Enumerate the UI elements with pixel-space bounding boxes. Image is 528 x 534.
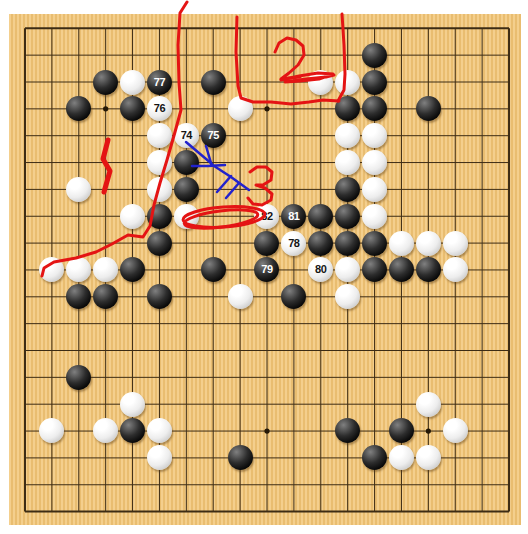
- white-stone: [66, 257, 91, 282]
- black-stone: [120, 418, 145, 443]
- black-stone: [335, 418, 360, 443]
- black-stone: [120, 257, 145, 282]
- white-stone: [147, 177, 172, 202]
- black-stone: [389, 257, 414, 282]
- white-stone: [120, 204, 145, 229]
- white-stone: [93, 418, 118, 443]
- white-stone: [147, 445, 172, 470]
- black-stone: [66, 284, 91, 309]
- white-stone: [362, 177, 387, 202]
- move-82-stone: 82: [254, 204, 279, 229]
- black-stone: [308, 204, 333, 229]
- move-number-label: 74: [181, 130, 192, 141]
- white-stone: [228, 284, 253, 309]
- white-stone: [335, 284, 360, 309]
- move-number-label: 77: [154, 77, 165, 88]
- black-stone: [66, 365, 91, 390]
- black-stone: [389, 418, 414, 443]
- black-stone: [416, 96, 441, 121]
- move-74-stone: 74: [174, 123, 199, 148]
- black-stone: [93, 70, 118, 95]
- white-stone: [66, 177, 91, 202]
- white-stone: [174, 204, 199, 229]
- move-number-label: 75: [208, 130, 219, 141]
- white-stone: [443, 418, 468, 443]
- white-stone: [228, 96, 253, 121]
- go-board[interactable]: 777674758281787980: [12, 15, 523, 525]
- black-stone: [66, 96, 91, 121]
- move-80-stone: 80: [308, 257, 333, 282]
- white-stone: [416, 445, 441, 470]
- white-stone: [39, 257, 64, 282]
- black-stone: [147, 284, 172, 309]
- white-stone: [147, 123, 172, 148]
- white-stone: [389, 231, 414, 256]
- white-stone: [335, 150, 360, 175]
- black-stone: [308, 231, 333, 256]
- black-stone: [362, 96, 387, 121]
- move-number-label: 82: [261, 211, 272, 222]
- white-stone: [362, 204, 387, 229]
- white-stone: [308, 70, 333, 95]
- black-stone: [120, 96, 145, 121]
- white-stone: [443, 231, 468, 256]
- move-78-stone: 78: [281, 231, 306, 256]
- move-number-label: 78: [288, 238, 299, 249]
- black-stone: [174, 150, 199, 175]
- move-79-stone: 79: [254, 257, 279, 282]
- white-stone: [335, 123, 360, 148]
- move-76-stone: 76: [147, 96, 172, 121]
- black-stone: [147, 231, 172, 256]
- white-stone: [93, 257, 118, 282]
- black-stone: [93, 284, 118, 309]
- white-stone: [416, 392, 441, 417]
- black-stone: [147, 204, 172, 229]
- black-stone: [281, 284, 306, 309]
- black-stone: [362, 445, 387, 470]
- move-number-label: 81: [288, 211, 299, 222]
- white-stone: [147, 150, 172, 175]
- white-stone: [389, 445, 414, 470]
- white-stone: [335, 257, 360, 282]
- move-81-stone: 81: [281, 204, 306, 229]
- white-stone: [443, 257, 468, 282]
- black-stone: [201, 70, 226, 95]
- black-stone: [228, 445, 253, 470]
- black-stone: [416, 257, 441, 282]
- white-stone: [39, 418, 64, 443]
- move-number-label: 80: [315, 264, 326, 275]
- white-stone: [120, 70, 145, 95]
- white-stone: [120, 392, 145, 417]
- screenshot-root: 777674758281787980: [0, 0, 528, 534]
- black-stone: [335, 96, 360, 121]
- white-stone: [416, 231, 441, 256]
- black-stone: [362, 70, 387, 95]
- black-stone: [335, 177, 360, 202]
- black-stone: [201, 257, 226, 282]
- black-stone: [362, 257, 387, 282]
- black-stone: [362, 231, 387, 256]
- white-stone: [147, 418, 172, 443]
- black-stone: [254, 231, 279, 256]
- black-stone: [174, 177, 199, 202]
- white-stone: [362, 150, 387, 175]
- white-stone: [335, 70, 360, 95]
- move-number-label: 76: [154, 103, 165, 114]
- white-stone: [362, 123, 387, 148]
- move-number-label: 79: [261, 264, 272, 275]
- black-stone: [362, 43, 387, 68]
- move-77-stone: 77: [147, 70, 172, 95]
- black-stone: [335, 204, 360, 229]
- move-75-stone: 75: [201, 123, 226, 148]
- black-stone: [335, 231, 360, 256]
